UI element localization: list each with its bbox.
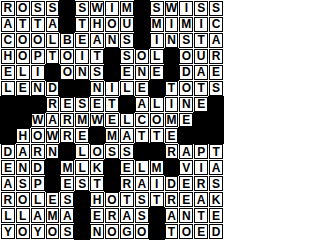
cell-r1c2[interactable]: O <box>16 1 30 16</box>
cell-r15c5[interactable]: S <box>60 224 74 239</box>
cell-r3c12[interactable]: N <box>165 33 179 48</box>
cell-r5c3[interactable]: I <box>31 65 45 80</box>
cell-r13c9[interactable]: T <box>120 192 134 207</box>
cell-r11c14[interactable]: I <box>194 160 208 175</box>
cell-r6c7[interactable]: N <box>90 81 104 96</box>
cell-r4c15[interactable]: R <box>209 49 223 64</box>
block-r9c13 <box>179 128 193 143</box>
cell-r4c10[interactable]: O <box>135 49 149 64</box>
cell-r8c9[interactable]: L <box>120 113 134 128</box>
cell-r9c3[interactable]: O <box>31 128 45 143</box>
cell-r4c6[interactable]: I <box>75 49 89 64</box>
cell-r12c3[interactable]: P <box>31 176 45 191</box>
block-r5c12 <box>165 65 179 80</box>
cell-r11c2[interactable]: N <box>16 160 30 175</box>
cell-r6c13[interactable]: O <box>179 81 193 96</box>
cell-r10c15[interactable]: T <box>209 144 223 159</box>
cell-r9c12[interactable]: E <box>165 128 179 143</box>
cell-r7c4[interactable]: R <box>46 97 60 112</box>
cell-r14c7[interactable]: E <box>90 208 104 223</box>
cell-r3c8[interactable]: N <box>105 33 119 48</box>
block-r6c11 <box>150 81 164 96</box>
block-r1c10 <box>135 1 149 16</box>
block-r13c6 <box>75 192 89 207</box>
cell-r13c11[interactable]: T <box>150 192 164 207</box>
cell-r12c13[interactable]: E <box>179 176 193 191</box>
cell-r5c13[interactable]: D <box>179 65 193 80</box>
cell-r2c12[interactable]: I <box>165 17 179 32</box>
cell-r10c14[interactable]: P <box>194 144 208 159</box>
cell-r11c15[interactable]: A <box>209 160 223 175</box>
cell-r13c14[interactable]: A <box>194 192 208 207</box>
cell-r14c14[interactable]: T <box>194 208 208 223</box>
block-r8c15 <box>209 113 223 128</box>
block-r11c4 <box>46 160 60 175</box>
cell-r11c3[interactable]: D <box>31 160 45 175</box>
cell-r7c5[interactable]: E <box>60 97 74 112</box>
block-r9c7 <box>90 128 104 143</box>
cell-r15c4[interactable]: O <box>46 224 60 239</box>
cell-r12c10[interactable]: A <box>135 176 149 191</box>
cell-r5c9[interactable]: E <box>120 65 134 80</box>
cell-r2c3[interactable]: T <box>31 17 45 32</box>
block-r7c1 <box>1 97 15 112</box>
block-r11c12 <box>165 160 179 175</box>
cell-r13c5[interactable]: S <box>60 192 74 207</box>
cell-r11c7[interactable]: K <box>90 160 104 175</box>
cell-r9c11[interactable]: T <box>150 128 164 143</box>
cell-r15c8[interactable]: O <box>105 224 119 239</box>
cell-r14c12[interactable]: A <box>165 208 179 223</box>
block-r4c12 <box>165 49 179 64</box>
cell-r5c11[interactable]: E <box>150 65 164 80</box>
cell-r2c2[interactable]: T <box>16 17 30 32</box>
cell-r14c13[interactable]: N <box>179 208 193 223</box>
cell-r13c13[interactable]: E <box>179 192 193 207</box>
cell-r7c8[interactable]: T <box>105 97 119 112</box>
cell-r3c11[interactable]: I <box>150 33 164 48</box>
block-r11c8 <box>105 160 119 175</box>
cell-r2c9[interactable]: U <box>120 17 134 32</box>
cell-r2c8[interactable]: O <box>105 17 119 32</box>
block-r4c8 <box>105 49 119 64</box>
cell-r12c1[interactable]: A <box>1 176 15 191</box>
block-r15c11 <box>150 224 164 239</box>
block-r9c15 <box>209 128 223 143</box>
block-r6c5 <box>60 81 74 96</box>
cell-r8c3[interactable]: W <box>31 113 45 128</box>
cell-r12c2[interactable]: S <box>16 176 30 191</box>
cell-r4c11[interactable]: L <box>150 49 164 64</box>
cell-r8c10[interactable]: C <box>135 113 149 128</box>
cell-r10c6[interactable]: L <box>75 144 89 159</box>
cell-r7c11[interactable]: L <box>150 97 164 112</box>
cell-r6c3[interactable]: N <box>31 81 45 96</box>
cell-r15c7[interactable]: N <box>90 224 104 239</box>
block-r12c8 <box>105 176 119 191</box>
block-r1c5 <box>60 1 74 16</box>
block-r5c4 <box>46 65 60 80</box>
cell-r10c8[interactable]: S <box>105 144 119 159</box>
cell-r4c14[interactable]: U <box>194 49 208 64</box>
cell-r7c12[interactable]: I <box>165 97 179 112</box>
block-r2c10 <box>135 17 149 32</box>
cell-r8c5[interactable]: R <box>60 113 74 128</box>
cell-r9c4[interactable]: W <box>46 128 60 143</box>
cell-r10c13[interactable]: A <box>179 144 193 159</box>
cell-r13c3[interactable]: L <box>31 192 45 207</box>
cell-r8c6[interactable]: M <box>75 113 89 128</box>
block-r7c2 <box>16 97 30 112</box>
cell-r6c15[interactable]: S <box>209 81 223 96</box>
cell-r6c8[interactable]: I <box>105 81 119 96</box>
cell-r11c13[interactable]: V <box>179 160 193 175</box>
cell-r8c12[interactable]: M <box>165 113 179 128</box>
cell-r4c2[interactable]: O <box>16 49 30 64</box>
cell-r5c2[interactable]: L <box>16 65 30 80</box>
cell-r6c14[interactable]: T <box>194 81 208 96</box>
cell-r14c15[interactable]: E <box>209 208 223 223</box>
cell-r12c5[interactable]: E <box>60 176 74 191</box>
cell-r6c1[interactable]: L <box>1 81 15 96</box>
cell-r8c11[interactable]: O <box>150 113 164 128</box>
cell-r5c5[interactable]: O <box>60 65 74 80</box>
cell-r14c10[interactable]: S <box>135 208 149 223</box>
cell-r3c14[interactable]: T <box>194 33 208 48</box>
cell-r4c7[interactable]: T <box>90 49 104 64</box>
cell-r7c6[interactable]: S <box>75 97 89 112</box>
block-r15c6 <box>75 224 89 239</box>
cell-r1c11[interactable]: S <box>150 1 164 16</box>
cell-r5c14[interactable]: A <box>194 65 208 80</box>
cell-r14c4[interactable]: M <box>46 208 60 223</box>
cell-r11c9[interactable]: E <box>120 160 134 175</box>
cell-r10c2[interactable]: A <box>16 144 30 159</box>
cell-r12c6[interactable]: S <box>75 176 89 191</box>
cell-r3c13[interactable]: S <box>179 33 193 48</box>
cell-r3c3[interactable]: O <box>31 33 45 48</box>
block-r9c14 <box>194 128 208 143</box>
cell-r4c1[interactable]: H <box>1 49 15 64</box>
cell-r1c15[interactable]: S <box>209 1 223 16</box>
cell-r1c9[interactable]: M <box>120 1 134 16</box>
block-r12c4 <box>46 176 60 191</box>
cell-r9c9[interactable]: A <box>120 128 134 143</box>
cell-r12c9[interactable]: R <box>120 176 134 191</box>
cell-r7c7[interactable]: E <box>90 97 104 112</box>
cell-r15c12[interactable]: T <box>165 224 179 239</box>
cell-r7c13[interactable]: N <box>179 97 193 112</box>
cell-r3c6[interactable]: E <box>75 33 89 48</box>
block-r14c11 <box>150 208 164 223</box>
cell-r13c15[interactable]: K <box>209 192 223 207</box>
cell-r6c9[interactable]: L <box>120 81 134 96</box>
cell-r15c2[interactable]: O <box>16 224 30 239</box>
cell-r14c1[interactable]: L <box>1 208 15 223</box>
cell-r1c12[interactable]: W <box>165 1 179 16</box>
cell-r2c6[interactable]: T <box>75 17 89 32</box>
cell-r1c13[interactable]: I <box>179 1 193 16</box>
cell-r13c7[interactable]: H <box>90 192 104 207</box>
cell-r1c3[interactable]: S <box>31 1 45 16</box>
cell-r14c3[interactable]: A <box>31 208 45 223</box>
cell-r12c14[interactable]: R <box>194 176 208 191</box>
cell-r5c10[interactable]: N <box>135 65 149 80</box>
cell-r2c13[interactable]: M <box>179 17 193 32</box>
cell-r10c3[interactable]: R <box>31 144 45 159</box>
cell-r11c6[interactable]: L <box>75 160 89 175</box>
cell-r6c10[interactable]: E <box>135 81 149 96</box>
cell-r3c1[interactable]: C <box>1 33 15 48</box>
cell-r9c5[interactable]: R <box>60 128 74 143</box>
cell-r15c14[interactable]: E <box>194 224 208 239</box>
cell-r13c10[interactable]: S <box>135 192 149 207</box>
cell-r1c1[interactable]: R <box>1 1 15 16</box>
cell-r7c14[interactable]: E <box>194 97 208 112</box>
cell-r13c4[interactable]: E <box>46 192 60 207</box>
crossword-grid: ROSSSWIMSWISSATTATHOUMIMICCOOLBEANSINSTA… <box>0 0 224 240</box>
cell-r12c12[interactable]: D <box>165 176 179 191</box>
block-r10c5 <box>60 144 74 159</box>
cell-r2c4[interactable]: A <box>46 17 60 32</box>
cell-r11c11[interactable]: M <box>150 160 164 175</box>
cell-r3c2[interactable]: O <box>16 33 30 48</box>
cell-r1c7[interactable]: W <box>90 1 104 16</box>
cell-r9c6[interactable]: E <box>75 128 89 143</box>
block-r10c11 <box>150 144 164 159</box>
cell-r2c1[interactable]: A <box>1 17 15 32</box>
cell-r13c8[interactable]: O <box>105 192 119 207</box>
cell-r4c9[interactable]: S <box>120 49 134 64</box>
cell-r10c12[interactable]: R <box>165 144 179 159</box>
cell-r5c15[interactable]: E <box>209 65 223 80</box>
cell-r4c13[interactable]: O <box>179 49 193 64</box>
block-r8c2 <box>16 113 30 128</box>
block-r8c14 <box>194 113 208 128</box>
cell-r3c4[interactable]: L <box>46 33 60 48</box>
cell-r14c5[interactable]: A <box>60 208 74 223</box>
cell-r2c14[interactable]: I <box>194 17 208 32</box>
cell-r15c13[interactable]: O <box>179 224 193 239</box>
cell-r15c10[interactable]: O <box>135 224 149 239</box>
block-r6c6 <box>75 81 89 96</box>
cell-r15c9[interactable]: G <box>120 224 134 239</box>
block-r7c15 <box>209 97 223 112</box>
cell-r6c12[interactable]: T <box>165 81 179 96</box>
cell-r4c3[interactable]: P <box>31 49 45 64</box>
cell-r15c3[interactable]: Y <box>31 224 45 239</box>
cell-r4c5[interactable]: O <box>60 49 74 64</box>
cell-r14c9[interactable]: A <box>120 208 134 223</box>
cell-r8c13[interactable]: E <box>179 113 193 128</box>
cell-r1c8[interactable]: I <box>105 1 119 16</box>
cell-r10c4[interactable]: N <box>46 144 60 159</box>
cell-r8c4[interactable]: A <box>46 113 60 128</box>
cell-r14c8[interactable]: R <box>105 208 119 223</box>
cell-r9c10[interactable]: T <box>135 128 149 143</box>
cell-r9c2[interactable]: H <box>16 128 30 143</box>
block-r14c6 <box>75 208 89 223</box>
cell-r8c7[interactable]: W <box>90 113 104 128</box>
cell-r12c7[interactable]: T <box>90 176 104 191</box>
cell-r10c9[interactable]: S <box>120 144 134 159</box>
block-r2c5 <box>60 17 74 32</box>
block-r5c8 <box>105 65 119 80</box>
block-r7c3 <box>31 97 45 112</box>
cell-r2c7[interactable]: H <box>90 17 104 32</box>
cell-r12c15[interactable]: S <box>209 176 223 191</box>
cell-r3c5[interactable]: B <box>60 33 74 48</box>
cell-r2c11[interactable]: M <box>150 17 164 32</box>
cell-r14c2[interactable]: L <box>16 208 30 223</box>
cell-r13c2[interactable]: O <box>16 192 30 207</box>
cell-r8c8[interactable]: E <box>105 113 119 128</box>
cell-r2c15[interactable]: C <box>209 17 223 32</box>
cell-r5c6[interactable]: N <box>75 65 89 80</box>
block-r10c10 <box>135 144 149 159</box>
cell-r1c6[interactable]: S <box>75 1 89 16</box>
cell-r9c8[interactable]: M <box>105 128 119 143</box>
block-r7c9 <box>120 97 134 112</box>
cell-r5c7[interactable]: S <box>90 65 104 80</box>
cell-r6c2[interactable]: E <box>16 81 30 96</box>
cell-r15c15[interactable]: D <box>209 224 223 239</box>
cell-r10c1[interactable]: D <box>1 144 15 159</box>
cell-r1c4[interactable]: S <box>46 1 60 16</box>
cell-r13c1[interactable]: R <box>1 192 15 207</box>
cell-r4c4[interactable]: T <box>46 49 60 64</box>
block-r8c1 <box>1 113 15 128</box>
cell-r11c1[interactable]: E <box>1 160 15 175</box>
cell-r12c11[interactable]: I <box>150 176 164 191</box>
block-r3c10 <box>135 33 149 48</box>
cell-r3c7[interactable]: A <box>90 33 104 48</box>
cell-r10c7[interactable]: O <box>90 144 104 159</box>
cell-r1c14[interactable]: S <box>194 1 208 16</box>
cell-r3c15[interactable]: A <box>209 33 223 48</box>
cell-r11c5[interactable]: M <box>60 160 74 175</box>
cell-r3c9[interactable]: S <box>120 33 134 48</box>
cell-r6c4[interactable]: D <box>46 81 60 96</box>
cell-r15c1[interactable]: Y <box>1 224 15 239</box>
cell-r13c12[interactable]: R <box>165 192 179 207</box>
cell-r5c1[interactable]: E <box>1 65 15 80</box>
cell-r7c10[interactable]: A <box>135 97 149 112</box>
cell-r11c10[interactable]: L <box>135 160 149 175</box>
block-r9c1 <box>1 128 15 143</box>
